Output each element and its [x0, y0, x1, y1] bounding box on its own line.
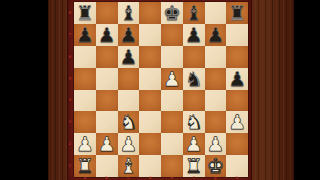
- square-e7[interactable]: [161, 24, 183, 46]
- file-label-h: h: [235, 176, 239, 180]
- square-c5[interactable]: [118, 68, 140, 90]
- file-label-e: e: [170, 176, 174, 180]
- rank-label-7: 7: [68, 33, 72, 37]
- square-c1[interactable]: ♝: [118, 155, 140, 177]
- square-f6[interactable]: [183, 46, 205, 68]
- piece-black-pawn-f7[interactable]: ♟: [185, 24, 203, 44]
- square-d7[interactable]: [139, 24, 161, 46]
- square-d1[interactable]: [139, 155, 161, 177]
- square-e3[interactable]: [161, 111, 183, 133]
- piece-black-king-e8[interactable]: ♚: [163, 2, 181, 22]
- square-d6[interactable]: [139, 46, 161, 68]
- square-f7[interactable]: ♟: [183, 24, 205, 46]
- piece-white-rook-f1[interactable]: ♜: [185, 156, 203, 176]
- square-g5[interactable]: [205, 68, 227, 90]
- piece-white-knight-c3[interactable]: ♞: [119, 112, 137, 132]
- piece-black-knight-f5[interactable]: ♞: [185, 68, 203, 88]
- square-e6[interactable]: [161, 46, 183, 68]
- screenshot-root: { "game": "chess", "position": { "fen": …: [0, 0, 320, 180]
- file-label-a: a: [83, 176, 87, 180]
- square-a3[interactable]: [74, 111, 96, 133]
- square-h1[interactable]: [226, 155, 248, 177]
- square-c7[interactable]: ♟: [118, 24, 140, 46]
- square-h2[interactable]: [226, 133, 248, 155]
- file-label-d: d: [148, 176, 152, 180]
- piece-black-pawn-c7[interactable]: ♟: [119, 24, 137, 44]
- piece-black-pawn-h5[interactable]: ♟: [228, 68, 246, 88]
- square-b2[interactable]: ♟: [96, 133, 118, 155]
- square-d2[interactable]: [139, 133, 161, 155]
- square-a6[interactable]: [74, 46, 96, 68]
- rank-label-8: 8: [68, 11, 72, 15]
- file-label-c: c: [126, 176, 130, 180]
- square-g2[interactable]: ♟: [205, 133, 227, 155]
- square-g8[interactable]: [205, 2, 227, 24]
- file-label-b: b: [105, 176, 109, 180]
- piece-black-pawn-a7[interactable]: ♟: [76, 24, 94, 44]
- square-c4[interactable]: [118, 90, 140, 112]
- square-c3[interactable]: ♞: [118, 111, 140, 133]
- square-f2[interactable]: ♟: [183, 133, 205, 155]
- square-g4[interactable]: [205, 90, 227, 112]
- square-h6[interactable]: [226, 46, 248, 68]
- piece-black-pawn-b7[interactable]: ♟: [98, 24, 116, 44]
- piece-black-pawn-c6[interactable]: ♟: [119, 46, 137, 66]
- square-f5[interactable]: ♞: [183, 68, 205, 90]
- rank-label-1: 1: [68, 164, 72, 168]
- square-a1[interactable]: ♜: [74, 155, 96, 177]
- square-b7[interactable]: ♟: [96, 24, 118, 46]
- piece-black-bishop-c8[interactable]: ♝: [119, 2, 137, 22]
- piece-black-rook-a8[interactable]: ♜: [76, 2, 94, 22]
- square-a2[interactable]: ♟: [74, 133, 96, 155]
- square-f1[interactable]: ♜: [183, 155, 205, 177]
- piece-black-rook-h8[interactable]: ♜: [228, 2, 246, 22]
- piece-black-bishop-f8[interactable]: ♝: [185, 2, 203, 22]
- square-b3[interactable]: [96, 111, 118, 133]
- square-g7[interactable]: ♟: [205, 24, 227, 46]
- square-a8[interactable]: ♜: [74, 2, 96, 24]
- square-a7[interactable]: ♟: [74, 24, 96, 46]
- piece-white-pawn-h3[interactable]: ♟: [228, 112, 246, 132]
- square-e4[interactable]: [161, 90, 183, 112]
- piece-white-pawn-e5[interactable]: ♟: [163, 68, 181, 88]
- square-h3[interactable]: ♟: [226, 111, 248, 133]
- file-label-g: g: [213, 176, 217, 180]
- piece-white-pawn-b2[interactable]: ♟: [98, 134, 116, 154]
- piece-black-pawn-g7[interactable]: ♟: [206, 24, 224, 44]
- square-d3[interactable]: [139, 111, 161, 133]
- piece-white-king-g1[interactable]: ♚: [206, 156, 224, 176]
- square-b8[interactable]: [96, 2, 118, 24]
- piece-white-rook-a1[interactable]: ♜: [76, 156, 94, 176]
- piece-white-pawn-f2[interactable]: ♟: [185, 134, 203, 154]
- rank-label-6: 6: [68, 55, 72, 59]
- chessboard: ♜♝♚♝♜♟♟♟♟♟♟♟♞♟♞♞♟♟♟♟♟♟♜♝♜♚: [74, 2, 248, 177]
- square-f4[interactable]: [183, 90, 205, 112]
- square-h8[interactable]: ♜: [226, 2, 248, 24]
- square-h4[interactable]: [226, 90, 248, 112]
- square-c8[interactable]: ♝: [118, 2, 140, 24]
- rank-label-2: 2: [68, 142, 72, 146]
- piece-white-pawn-c2[interactable]: ♟: [119, 134, 137, 154]
- file-label-f: f: [192, 176, 196, 180]
- piece-white-knight-f3[interactable]: ♞: [185, 112, 203, 132]
- piece-white-pawn-g2[interactable]: ♟: [206, 134, 224, 154]
- square-e1[interactable]: [161, 155, 183, 177]
- square-b6[interactable]: [96, 46, 118, 68]
- rank-label-4: 4: [68, 98, 72, 102]
- square-a5[interactable]: [74, 68, 96, 90]
- square-e8[interactable]: ♚: [161, 2, 183, 24]
- square-g1[interactable]: ♚: [205, 155, 227, 177]
- piece-white-pawn-a2[interactable]: ♟: [76, 134, 94, 154]
- square-c2[interactable]: ♟: [118, 133, 140, 155]
- board-frame: ♜♝♚♝♜♟♟♟♟♟♟♟♞♟♞♞♟♟♟♟♟♟♜♝♜♚: [67, 0, 252, 180]
- square-g3[interactable]: [205, 111, 227, 133]
- square-b5[interactable]: [96, 68, 118, 90]
- square-b4[interactable]: [96, 90, 118, 112]
- rank-label-5: 5: [68, 77, 72, 81]
- square-g6[interactable]: [205, 46, 227, 68]
- square-h7[interactable]: [226, 24, 248, 46]
- square-e5[interactable]: ♟: [161, 68, 183, 90]
- piece-white-bishop-c1[interactable]: ♝: [119, 156, 137, 176]
- square-f8[interactable]: ♝: [183, 2, 205, 24]
- rank-label-3: 3: [68, 120, 72, 124]
- square-d8[interactable]: [139, 2, 161, 24]
- square-h5[interactable]: ♟: [226, 68, 248, 90]
- square-e2[interactable]: [161, 133, 183, 155]
- square-b1[interactable]: [96, 155, 118, 177]
- square-c6[interactable]: ♟: [118, 46, 140, 68]
- square-d5[interactable]: [139, 68, 161, 90]
- square-d4[interactable]: [139, 90, 161, 112]
- square-f3[interactable]: ♞: [183, 111, 205, 133]
- square-a4[interactable]: [74, 90, 96, 112]
